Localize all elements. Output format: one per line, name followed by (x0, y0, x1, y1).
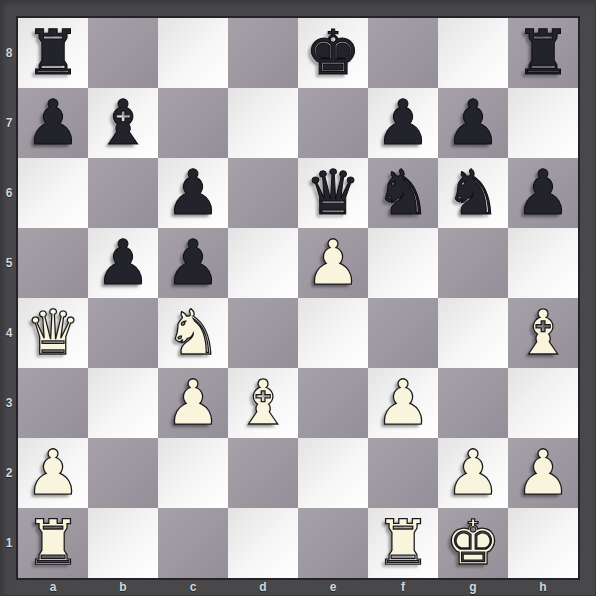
piece-black-knight[interactable]: ♞ (445, 158, 501, 228)
file-label-f: f (368, 578, 438, 596)
file-label-h: h (508, 578, 578, 596)
square-b6[interactable] (88, 158, 158, 228)
square-h4[interactable]: ♝ (508, 298, 578, 368)
square-h7[interactable] (508, 88, 578, 158)
square-g6[interactable]: ♞ (438, 158, 508, 228)
square-b5[interactable]: ♟ (88, 228, 158, 298)
square-e1[interactable] (298, 508, 368, 578)
square-g2[interactable]: ♟ (438, 438, 508, 508)
square-f6[interactable]: ♞ (368, 158, 438, 228)
piece-black-pawn[interactable]: ♟ (95, 228, 151, 298)
square-f1[interactable]: ♜ (368, 508, 438, 578)
square-f3[interactable]: ♟ (368, 368, 438, 438)
piece-white-pawn[interactable]: ♟ (445, 438, 501, 508)
rank-label-5: 5 (0, 228, 18, 298)
square-a7[interactable]: ♟ (18, 88, 88, 158)
piece-white-rook[interactable]: ♜ (25, 508, 81, 578)
square-c6[interactable]: ♟ (158, 158, 228, 228)
piece-white-pawn[interactable]: ♟ (515, 438, 571, 508)
piece-white-bishop[interactable]: ♝ (515, 298, 571, 368)
piece-black-bishop[interactable]: ♝ (95, 88, 151, 158)
rank-labels: 87654321 (0, 18, 18, 578)
piece-white-rook[interactable]: ♜ (375, 508, 431, 578)
square-d5[interactable] (228, 228, 298, 298)
rank-label-6: 6 (0, 158, 18, 228)
square-d2[interactable] (228, 438, 298, 508)
piece-black-pawn[interactable]: ♟ (375, 88, 431, 158)
piece-white-pawn[interactable]: ♟ (165, 368, 221, 438)
square-c7[interactable] (158, 88, 228, 158)
square-b4[interactable] (88, 298, 158, 368)
square-e5[interactable]: ♟ (298, 228, 368, 298)
square-g3[interactable] (438, 368, 508, 438)
square-b7[interactable]: ♝ (88, 88, 158, 158)
square-f2[interactable] (368, 438, 438, 508)
file-label-d: d (228, 578, 298, 596)
square-h3[interactable] (508, 368, 578, 438)
square-h5[interactable] (508, 228, 578, 298)
square-h8[interactable]: ♜ (508, 18, 578, 88)
square-e7[interactable] (298, 88, 368, 158)
square-a6[interactable] (18, 158, 88, 228)
square-c3[interactable]: ♟ (158, 368, 228, 438)
square-e8[interactable]: ♚ (298, 18, 368, 88)
piece-black-pawn[interactable]: ♟ (165, 228, 221, 298)
square-c2[interactable] (158, 438, 228, 508)
piece-white-pawn[interactable]: ♟ (25, 438, 81, 508)
piece-black-king[interactable]: ♚ (305, 18, 361, 88)
chess-board-frame: ♜♚♜♟♝♟♟♟♛♞♞♟♟♟♟♛♞♝♟♝♟♟♟♟♜♜♚ 87654321 abc… (0, 0, 596, 596)
file-label-a: a (18, 578, 88, 596)
rank-label-7: 7 (0, 88, 18, 158)
square-h6[interactable]: ♟ (508, 158, 578, 228)
square-g4[interactable] (438, 298, 508, 368)
piece-white-queen[interactable]: ♛ (25, 298, 81, 368)
piece-white-bishop[interactable]: ♝ (235, 368, 291, 438)
square-e6[interactable]: ♛ (298, 158, 368, 228)
square-e4[interactable] (298, 298, 368, 368)
square-g5[interactable] (438, 228, 508, 298)
square-g8[interactable] (438, 18, 508, 88)
piece-black-queen[interactable]: ♛ (305, 158, 361, 228)
square-g7[interactable]: ♟ (438, 88, 508, 158)
square-d3[interactable]: ♝ (228, 368, 298, 438)
square-b2[interactable] (88, 438, 158, 508)
square-a1[interactable]: ♜ (18, 508, 88, 578)
square-d8[interactable] (228, 18, 298, 88)
piece-black-rook[interactable]: ♜ (515, 18, 571, 88)
square-c5[interactable]: ♟ (158, 228, 228, 298)
rank-label-8: 8 (0, 18, 18, 88)
piece-white-king[interactable]: ♚ (445, 508, 501, 578)
file-label-c: c (158, 578, 228, 596)
file-label-b: b (88, 578, 158, 596)
rank-label-3: 3 (0, 368, 18, 438)
square-f5[interactable] (368, 228, 438, 298)
piece-black-pawn[interactable]: ♟ (515, 158, 571, 228)
square-e2[interactable] (298, 438, 368, 508)
file-label-e: e (298, 578, 368, 596)
piece-white-knight[interactable]: ♞ (165, 298, 221, 368)
square-a5[interactable] (18, 228, 88, 298)
square-h1[interactable] (508, 508, 578, 578)
rank-label-1: 1 (0, 508, 18, 578)
rank-label-4: 4 (0, 298, 18, 368)
piece-black-rook[interactable]: ♜ (25, 18, 81, 88)
piece-white-pawn[interactable]: ♟ (305, 228, 361, 298)
square-f4[interactable] (368, 298, 438, 368)
square-g1[interactable]: ♚ (438, 508, 508, 578)
square-d6[interactable] (228, 158, 298, 228)
square-f7[interactable]: ♟ (368, 88, 438, 158)
square-a4[interactable]: ♛ (18, 298, 88, 368)
square-a2[interactable]: ♟ (18, 438, 88, 508)
chess-board[interactable]: ♜♚♜♟♝♟♟♟♛♞♞♟♟♟♟♛♞♝♟♝♟♟♟♟♜♜♚ (18, 18, 578, 578)
square-b3[interactable] (88, 368, 158, 438)
piece-white-pawn[interactable]: ♟ (375, 368, 431, 438)
square-e3[interactable] (298, 368, 368, 438)
square-c1[interactable] (158, 508, 228, 578)
square-d7[interactable] (228, 88, 298, 158)
piece-black-pawn[interactable]: ♟ (25, 88, 81, 158)
rank-label-2: 2 (0, 438, 18, 508)
piece-black-pawn[interactable]: ♟ (445, 88, 501, 158)
square-a3[interactable] (18, 368, 88, 438)
square-d1[interactable] (228, 508, 298, 578)
file-labels: abcdefgh (18, 578, 578, 596)
square-b1[interactable] (88, 508, 158, 578)
square-f8[interactable] (368, 18, 438, 88)
square-d4[interactable] (228, 298, 298, 368)
square-c8[interactable] (158, 18, 228, 88)
square-a8[interactable]: ♜ (18, 18, 88, 88)
file-label-g: g (438, 578, 508, 596)
piece-black-pawn[interactable]: ♟ (165, 158, 221, 228)
piece-black-knight[interactable]: ♞ (375, 158, 431, 228)
square-c4[interactable]: ♞ (158, 298, 228, 368)
square-h2[interactable]: ♟ (508, 438, 578, 508)
square-b8[interactable] (88, 18, 158, 88)
